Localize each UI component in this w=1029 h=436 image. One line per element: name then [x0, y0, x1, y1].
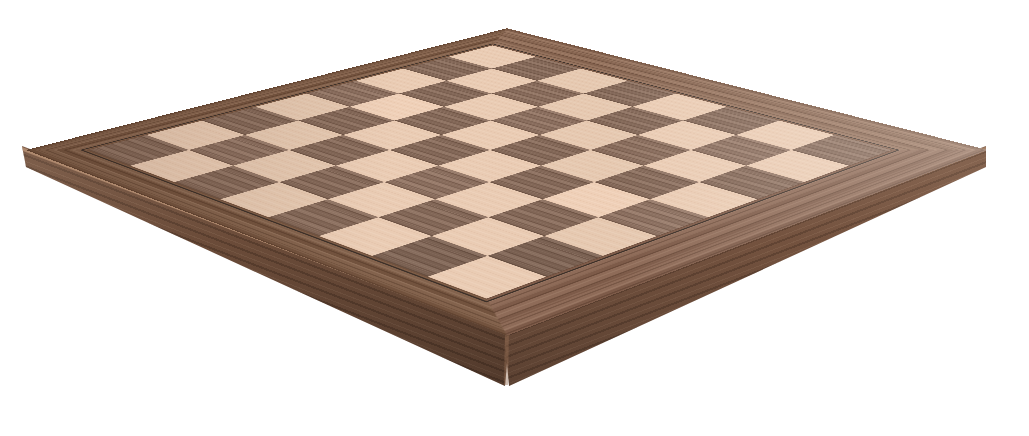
chess-board: [26, 28, 988, 335]
photo-background: [0, 0, 1029, 436]
playing-field: [88, 45, 891, 298]
